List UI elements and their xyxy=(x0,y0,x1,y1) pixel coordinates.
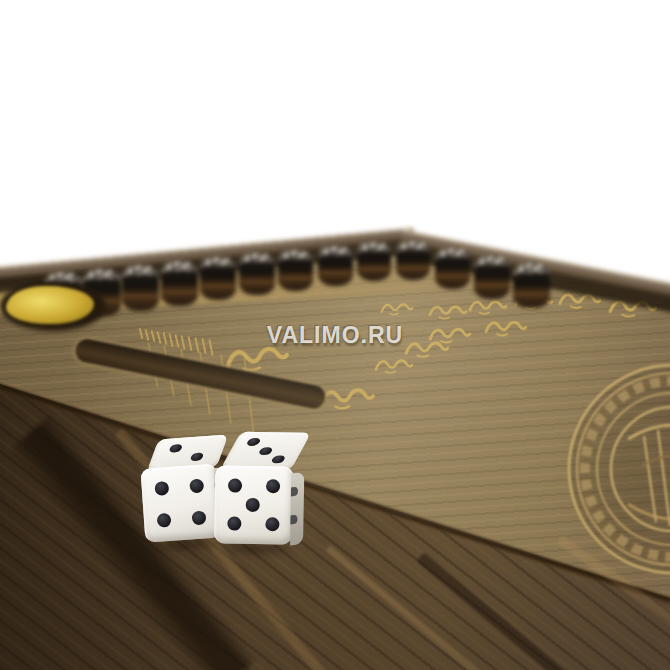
checker-stack[interactable] xyxy=(200,257,236,300)
die-pip xyxy=(227,479,241,493)
die-pip xyxy=(156,513,171,528)
die-pip xyxy=(190,478,205,493)
die-pip xyxy=(265,517,279,531)
checker-stack[interactable] xyxy=(122,265,159,311)
die-pip xyxy=(190,452,205,461)
die-pip xyxy=(227,516,241,530)
checker-stack[interactable] xyxy=(239,253,275,295)
die-pip xyxy=(270,456,286,464)
right-die-front-face xyxy=(214,465,293,544)
gold-inlay-ornament xyxy=(6,286,94,324)
die-pip xyxy=(257,447,273,455)
die-pip xyxy=(168,444,183,453)
checker-stack[interactable] xyxy=(161,261,198,306)
checker-row xyxy=(44,236,552,326)
right-die-side-face xyxy=(290,472,304,546)
die-pip xyxy=(246,498,260,512)
checker-stack[interactable] xyxy=(278,250,313,291)
right-die[interactable] xyxy=(213,429,303,549)
die-pip xyxy=(266,479,280,493)
left-die-front-face xyxy=(140,464,221,543)
checker-stack[interactable] xyxy=(513,263,550,308)
checker-stack[interactable] xyxy=(318,246,353,286)
product-photo-backgammon: VALIMO.RU xyxy=(0,0,670,670)
die-pip xyxy=(192,511,207,526)
checker-stack[interactable] xyxy=(435,248,470,289)
checker-stack[interactable] xyxy=(396,241,430,280)
checker-stack[interactable] xyxy=(474,256,510,299)
die-pip xyxy=(246,438,262,446)
checker-stack[interactable] xyxy=(357,242,391,281)
die-pip xyxy=(154,481,169,496)
watermark-text: VALIMO.RU xyxy=(267,321,403,350)
